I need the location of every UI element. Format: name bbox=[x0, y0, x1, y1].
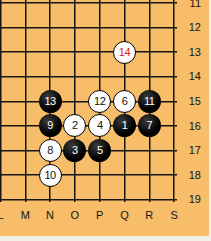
intersection-Q12[interactable] bbox=[112, 15, 137, 40]
stone-move-number: 1 bbox=[122, 120, 128, 131]
stone-black-5[interactable]: 5 bbox=[88, 139, 111, 162]
intersection-R12[interactable] bbox=[137, 15, 162, 40]
intersection-S12[interactable] bbox=[162, 15, 187, 40]
stone-move-number: 5 bbox=[97, 145, 103, 156]
intersection-M17[interactable] bbox=[13, 138, 38, 163]
intersection-O15[interactable] bbox=[63, 89, 88, 114]
intersection-N18[interactable]: 10 bbox=[38, 163, 63, 188]
row-label-18: 18 bbox=[184, 169, 201, 182]
intersection-O11[interactable] bbox=[63, 0, 88, 15]
intersection-P11[interactable] bbox=[87, 0, 112, 15]
row-label-15: 15 bbox=[184, 95, 201, 108]
row-label-14: 14 bbox=[184, 70, 201, 83]
intersection-N14[interactable] bbox=[38, 64, 63, 89]
stone-black-7[interactable]: 7 bbox=[138, 114, 161, 137]
row-label-17: 17 bbox=[184, 144, 201, 157]
intersection-R13[interactable] bbox=[137, 40, 162, 65]
intersection-M15[interactable] bbox=[13, 89, 38, 114]
intersection-Q17[interactable] bbox=[112, 138, 137, 163]
intersection-Q15[interactable]: 6 bbox=[112, 89, 137, 114]
intersection-P13[interactable] bbox=[87, 40, 112, 65]
intersection-P18[interactable] bbox=[87, 163, 112, 188]
col-label-M: M bbox=[13, 209, 37, 222]
intersection-M11[interactable] bbox=[13, 0, 38, 15]
stone-move-number: 11 bbox=[144, 96, 154, 107]
intersection-N12[interactable] bbox=[38, 15, 63, 40]
intersection-L18[interactable] bbox=[0, 163, 13, 188]
intersection-L13[interactable] bbox=[0, 40, 13, 65]
col-label-L: L bbox=[0, 209, 13, 222]
intersection-S14[interactable] bbox=[162, 64, 187, 89]
intersection-M14[interactable] bbox=[13, 64, 38, 89]
stone-move-number: 14 bbox=[119, 47, 130, 58]
stone-white-8[interactable]: 8 bbox=[39, 139, 62, 162]
intersection-M12[interactable] bbox=[13, 15, 38, 40]
intersection-S16[interactable] bbox=[162, 114, 187, 139]
stone-black-9[interactable]: 9 bbox=[39, 114, 62, 137]
intersection-S15[interactable] bbox=[162, 89, 187, 114]
intersection-P15[interactable]: 12 bbox=[87, 89, 112, 114]
intersection-O17[interactable]: 3 bbox=[63, 138, 88, 163]
intersection-O12[interactable] bbox=[63, 15, 88, 40]
intersection-O18[interactable] bbox=[63, 163, 88, 188]
intersection-P12[interactable] bbox=[87, 15, 112, 40]
col-label-S: S bbox=[162, 209, 186, 222]
intersection-R11[interactable] bbox=[137, 0, 162, 15]
stone-black-13[interactable]: 13 bbox=[39, 90, 62, 113]
intersection-O14[interactable] bbox=[63, 64, 88, 89]
stone-move-number: 12 bbox=[94, 96, 105, 107]
intersection-R14[interactable] bbox=[137, 64, 162, 89]
stone-white-14[interactable]: 14 bbox=[113, 41, 136, 64]
stone-move-number: 7 bbox=[146, 120, 152, 131]
row-label-13: 13 bbox=[184, 46, 201, 59]
intersection-L15[interactable] bbox=[0, 89, 13, 114]
col-label-N: N bbox=[38, 209, 62, 222]
intersection-O16[interactable]: 2 bbox=[63, 114, 88, 139]
stone-move-number: 13 bbox=[44, 96, 55, 107]
intersection-P16[interactable]: 4 bbox=[87, 114, 112, 139]
stone-white-10[interactable]: 10 bbox=[39, 164, 62, 187]
stone-move-number: 4 bbox=[97, 120, 103, 131]
intersection-L16[interactable] bbox=[0, 114, 13, 139]
intersection-R15[interactable]: 11 bbox=[137, 89, 162, 114]
stone-black-3[interactable]: 3 bbox=[63, 139, 86, 162]
intersection-P17[interactable]: 5 bbox=[87, 138, 112, 163]
intersection-N13[interactable] bbox=[38, 40, 63, 65]
intersection-R17[interactable] bbox=[137, 138, 162, 163]
stone-black-11[interactable]: 11 bbox=[138, 90, 161, 113]
intersection-L12[interactable] bbox=[0, 15, 13, 40]
intersection-O13[interactable] bbox=[63, 40, 88, 65]
stone-white-12[interactable]: 12 bbox=[88, 90, 111, 113]
row-label-16: 16 bbox=[184, 120, 201, 133]
intersection-M18[interactable] bbox=[13, 163, 38, 188]
window-edge-bottom bbox=[0, 236, 211, 241]
window-edge-right bbox=[209, 0, 211, 241]
intersection-L17[interactable] bbox=[0, 138, 13, 163]
intersection-M16[interactable] bbox=[13, 114, 38, 139]
intersection-M13[interactable] bbox=[13, 40, 38, 65]
intersection-N16[interactable]: 9 bbox=[38, 114, 63, 139]
intersection-P14[interactable] bbox=[87, 64, 112, 89]
row-label-11: 11 bbox=[184, 0, 201, 10]
intersection-R18[interactable] bbox=[137, 163, 162, 188]
intersection-Q11[interactable] bbox=[112, 0, 137, 15]
col-label-P: P bbox=[88, 209, 112, 222]
intersection-N17[interactable]: 8 bbox=[38, 138, 63, 163]
intersection-Q18[interactable] bbox=[112, 163, 137, 188]
intersection-N11[interactable] bbox=[38, 0, 63, 15]
intersection-R16[interactable]: 7 bbox=[137, 114, 162, 139]
stone-move-number: 10 bbox=[44, 170, 55, 181]
stone-move-number: 9 bbox=[47, 120, 53, 131]
go-diagram-window: 1413126119241783510 LMNOPQRS111213141516… bbox=[0, 0, 211, 241]
intersection-Q16[interactable]: 1 bbox=[112, 114, 137, 139]
intersection-S13[interactable] bbox=[162, 40, 187, 65]
stone-move-number: 8 bbox=[47, 145, 53, 156]
row-label-19: 19 bbox=[184, 193, 201, 206]
col-label-R: R bbox=[137, 209, 161, 222]
row-label-12: 12 bbox=[184, 21, 201, 34]
intersection-S18[interactable] bbox=[162, 163, 187, 188]
intersection-S11[interactable] bbox=[162, 0, 187, 15]
go-board[interactable]: 1413126119241783510 bbox=[0, 0, 186, 212]
intersection-L14[interactable] bbox=[0, 64, 13, 89]
stone-move-number: 2 bbox=[72, 120, 78, 131]
intersection-L11[interactable] bbox=[0, 0, 13, 15]
stone-white-4[interactable]: 4 bbox=[88, 114, 111, 137]
stone-white-6[interactable]: 6 bbox=[113, 90, 136, 113]
stone-move-number: 6 bbox=[122, 96, 128, 107]
stone-black-1[interactable]: 1 bbox=[113, 114, 136, 137]
intersection-S17[interactable] bbox=[162, 138, 187, 163]
stone-move-number: 3 bbox=[72, 145, 78, 156]
intersection-N15[interactable]: 13 bbox=[38, 89, 63, 114]
intersection-Q14[interactable] bbox=[112, 64, 137, 89]
stone-white-2[interactable]: 2 bbox=[63, 114, 86, 137]
col-label-Q: Q bbox=[113, 209, 137, 222]
col-label-O: O bbox=[63, 209, 87, 222]
intersection-Q13[interactable]: 14 bbox=[112, 40, 137, 65]
